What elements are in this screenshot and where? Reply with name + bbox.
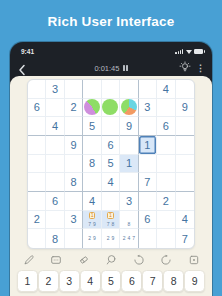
cell-r5c4[interactable]: 8 — [83, 155, 101, 174]
cell-digit: 1 — [144, 139, 150, 151]
cell-r7c8[interactable]: 2 — [157, 192, 175, 211]
status-icons — [175, 49, 203, 55]
cell-r3c7[interactable] — [139, 117, 157, 136]
cell-r6c6[interactable] — [120, 173, 138, 192]
cell-digit: 5 — [107, 157, 113, 169]
cell-r7c2[interactable]: 6 — [46, 192, 64, 211]
cell-r8c9[interactable]: 4 — [176, 211, 194, 230]
cell-r9c9[interactable]: 7 — [176, 229, 194, 248]
wifi-icon — [186, 50, 192, 54]
cell-r5c6[interactable]: 1 — [120, 155, 138, 174]
numpad-key-6[interactable]: 6 — [121, 270, 142, 292]
app-content: 3462394596961851847643223179178864829292… — [10, 76, 212, 296]
cell-r4c7[interactable]: 1 — [139, 136, 157, 155]
cell-r4c8[interactable] — [157, 136, 175, 155]
numpad-key-7[interactable]: 7 — [142, 270, 163, 292]
cell-r3c6[interactable]: 9 — [120, 117, 138, 136]
cell-digit: 4 — [163, 83, 169, 95]
cell-r8c8[interactable] — [157, 211, 175, 230]
cell-digit: 1 — [126, 157, 132, 169]
cell-r7c9[interactable] — [176, 192, 194, 211]
cell-digit: 8 — [89, 157, 95, 169]
pencil-notes: 178 — [103, 212, 118, 227]
cell-r8c3[interactable]: 3 — [65, 211, 83, 230]
cell-r2c7[interactable]: 3 — [139, 99, 157, 118]
numpad-key-1[interactable]: 1 — [17, 270, 38, 292]
undo-icon — [133, 254, 145, 266]
toolbar — [22, 253, 200, 267]
numpad-key-5[interactable]: 5 — [101, 270, 122, 292]
cell-r2c3[interactable]: 2 — [65, 99, 83, 118]
cell-digit: 5 — [89, 120, 95, 132]
cell-r9c3[interactable] — [65, 229, 83, 248]
cell-r5c9[interactable] — [176, 155, 194, 174]
cell-r4c4[interactable] — [83, 136, 101, 155]
sudoku-board: 3462394596961851847643223179178864829292… — [27, 79, 195, 249]
notes-icon — [50, 254, 62, 266]
cell-digit: 2 — [34, 213, 40, 225]
pie-green — [102, 99, 118, 115]
cell-digit: 8 — [71, 176, 77, 188]
nav-bar: 0:01:45 ⋮ — [10, 60, 212, 76]
pause-button[interactable] — [123, 65, 128, 71]
eraser-icon — [78, 254, 90, 266]
cell-r6c1[interactable] — [28, 173, 46, 192]
pie-green-purple — [84, 99, 100, 115]
cell-r8c6[interactable]: 8 — [120, 211, 138, 230]
cell-r7c1[interactable] — [28, 192, 46, 211]
cell-digit: 3 — [144, 101, 150, 113]
hint-bulb-icon[interactable] — [179, 59, 191, 77]
cell-r5c5[interactable]: 5 — [102, 155, 120, 174]
cell-digit: 4 — [182, 213, 188, 225]
cell-digit: 9 — [71, 139, 77, 151]
pencil-notes: 247 — [121, 231, 136, 247]
lasso-icon — [105, 254, 117, 266]
game-timer: 0:01:45 — [94, 64, 119, 73]
cell-digit: 6 — [107, 139, 113, 151]
cell-r7c4[interactable]: 4 — [83, 192, 101, 211]
cell-r6c9[interactable] — [176, 173, 194, 192]
frame-button[interactable] — [187, 254, 200, 267]
cell-digit: 3 — [126, 195, 132, 207]
cell-digit: 6 — [163, 120, 169, 132]
cell-r2c6[interactable] — [120, 99, 138, 118]
cell-digit: 6 — [34, 101, 40, 113]
cell-r2c9[interactable]: 9 — [176, 99, 194, 118]
phone-mockup: 9:41 0:01:45 — [10, 42, 212, 296]
cell-r4c3[interactable]: 9 — [65, 136, 83, 155]
numpad-key-4[interactable]: 4 — [80, 270, 101, 292]
cell-r4c1[interactable] — [28, 136, 46, 155]
cell-r1c8[interactable]: 4 — [157, 80, 175, 99]
frame-icon — [188, 254, 200, 266]
cell-r4c2[interactable] — [46, 136, 64, 155]
cell-digit: 7 — [182, 233, 188, 245]
cell-digit: 9 — [182, 101, 188, 113]
cell-r3c9[interactable] — [176, 117, 194, 136]
cell-r5c2[interactable] — [46, 155, 64, 174]
cell-r9c4[interactable]: 29 — [83, 229, 101, 248]
cell-r8c7[interactable]: 6 — [139, 211, 157, 230]
cell-r2c1[interactable]: 6 — [28, 99, 46, 118]
cell-digit: 3 — [71, 213, 77, 225]
cell-r7c3[interactable] — [65, 192, 83, 211]
cell-r1c1[interactable] — [28, 80, 46, 99]
cell-r9c8[interactable] — [157, 229, 175, 248]
pencil-notes: 179 — [84, 212, 99, 227]
pencil-notes: 29 — [84, 231, 99, 247]
notes-button[interactable] — [50, 254, 63, 267]
cell-digit: 3 — [52, 83, 58, 95]
number-pad: 123456789 — [17, 270, 205, 292]
cell-r5c1[interactable] — [28, 155, 46, 174]
cell-r9c1[interactable] — [28, 229, 46, 248]
cell-r9c2[interactable]: 8 — [46, 229, 64, 248]
cell-r5c3[interactable] — [65, 155, 83, 174]
cell-r2c2[interactable] — [46, 99, 64, 118]
numpad-key-2[interactable]: 2 — [38, 270, 59, 292]
cell-r9c7[interactable] — [139, 229, 157, 248]
cell-r3c5[interactable] — [102, 117, 120, 136]
cell-digit: 4 — [52, 120, 58, 132]
cell-r8c2[interactable] — [46, 211, 64, 230]
cell-r1c2[interactable]: 3 — [46, 80, 64, 99]
nav-right: ⋮ — [179, 61, 205, 75]
cell-digit: 8 — [52, 233, 58, 245]
cell-r4c9[interactable] — [176, 136, 194, 155]
cell-r6c8[interactable] — [157, 173, 175, 192]
cell-r8c4[interactable]: 179 — [83, 211, 101, 230]
cell-r6c4[interactable] — [83, 173, 101, 192]
redo-icon — [160, 254, 172, 266]
pencil-notes: 29 — [103, 231, 118, 247]
pencil-notes: 8 — [121, 212, 136, 227]
banner: Rich User Interface — [0, 0, 222, 42]
promo-screenshot: Rich User Interface 9:41 0:01:45 — [0, 0, 222, 296]
cell-r9c5[interactable]: 29 — [102, 229, 120, 248]
pencil-icon — [23, 254, 35, 266]
signal-icon — [175, 49, 183, 55]
pencil-button[interactable] — [22, 254, 35, 267]
status-time: 9:41 — [21, 48, 34, 55]
cell-r3c2[interactable]: 4 — [46, 117, 64, 136]
cell-r5c8[interactable] — [157, 155, 175, 174]
cell-r8c5[interactable]: 178 — [102, 211, 120, 230]
cell-r1c9[interactable] — [176, 80, 194, 99]
cell-r2c5[interactable] — [102, 99, 120, 118]
cell-digit: 9 — [126, 120, 132, 132]
cell-r7c5[interactable] — [102, 192, 120, 211]
numpad-key-9[interactable]: 9 — [184, 270, 205, 292]
redo-button[interactable] — [160, 254, 173, 267]
cell-r3c3[interactable] — [65, 117, 83, 136]
cell-r1c6[interactable] — [120, 80, 138, 99]
lasso-button[interactable] — [105, 254, 118, 267]
cell-r9c6[interactable]: 247 — [120, 229, 138, 248]
cell-digit: 2 — [71, 101, 77, 113]
banner-title: Rich User Interface — [48, 14, 175, 29]
cell-r6c2[interactable] — [46, 173, 64, 192]
cell-r4c6[interactable] — [120, 136, 138, 155]
cell-r7c7[interactable] — [139, 192, 157, 211]
status-bar: 9:41 — [21, 47, 203, 56]
cell-r6c7[interactable]: 7 — [139, 173, 157, 192]
menu-button[interactable]: ⋮ — [196, 64, 205, 73]
cell-digit: 4 — [89, 195, 95, 207]
pie-green-cyan-orange — [121, 99, 137, 115]
cell-r1c7[interactable] — [139, 80, 157, 99]
undo-button[interactable] — [132, 254, 145, 267]
cell-r6c3[interactable]: 8 — [65, 173, 83, 192]
cell-digit: 4 — [107, 176, 113, 188]
cell-r3c8[interactable]: 6 — [157, 117, 175, 136]
cell-r1c5[interactable] — [102, 80, 120, 99]
eraser-button[interactable] — [77, 254, 90, 267]
cell-digit: 6 — [52, 195, 58, 207]
cell-r5c7[interactable] — [139, 155, 157, 174]
cell-r2c8[interactable] — [157, 99, 175, 118]
numpad-key-3[interactable]: 3 — [59, 270, 80, 292]
cell-r1c3[interactable] — [65, 80, 83, 99]
battery-icon — [194, 49, 203, 54]
cell-r2c4[interactable] — [83, 99, 101, 118]
cell-r3c4[interactable]: 5 — [83, 117, 101, 136]
numpad-key-8[interactable]: 8 — [163, 270, 184, 292]
cell-digit: 7 — [144, 176, 150, 188]
cell-r6c5[interactable]: 4 — [102, 173, 120, 192]
cell-r1c4[interactable] — [83, 80, 101, 99]
cell-digit: 2 — [163, 195, 169, 207]
cell-digit: 6 — [144, 213, 150, 225]
cell-r8c1[interactable]: 2 — [28, 211, 46, 230]
cell-r4c5[interactable]: 6 — [102, 136, 120, 155]
cell-r7c6[interactable]: 3 — [120, 192, 138, 211]
cell-r3c1[interactable] — [28, 117, 46, 136]
